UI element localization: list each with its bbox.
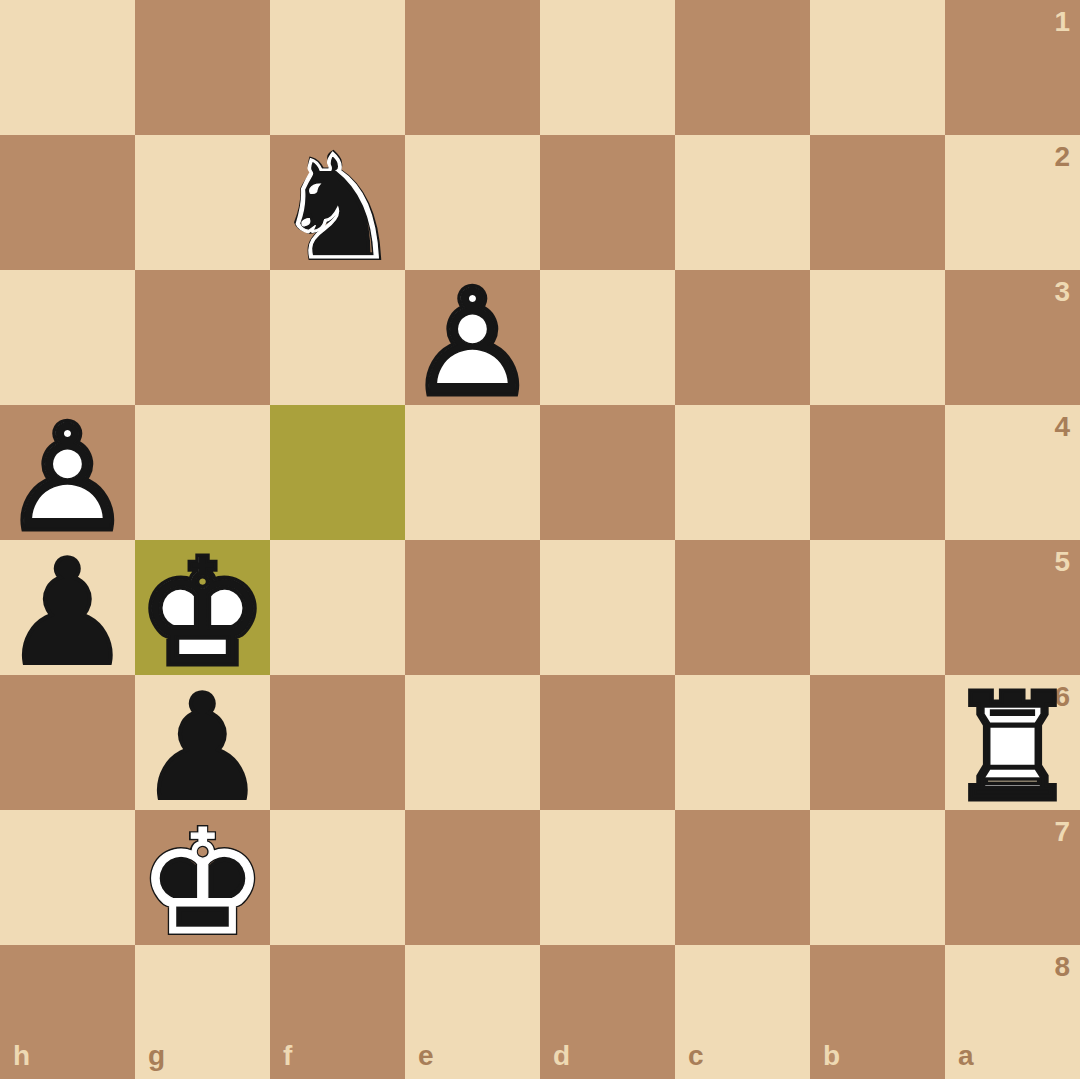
file-label-a: a	[958, 1042, 974, 1070]
square-c8[interactable]: c	[675, 945, 810, 1079]
square-e5[interactable]	[405, 540, 540, 675]
square-b3[interactable]	[810, 270, 945, 405]
square-a3[interactable]: 3	[945, 270, 1080, 405]
square-g5[interactable]: ♚♚♔	[135, 540, 270, 675]
square-g6[interactable]: ♟	[135, 675, 270, 810]
square-e1[interactable]	[405, 0, 540, 135]
square-h8[interactable]: h	[0, 945, 135, 1079]
square-h2[interactable]	[0, 135, 135, 270]
square-e6[interactable]	[405, 675, 540, 810]
rank-label-3: 3	[1054, 278, 1070, 306]
square-b1[interactable]	[810, 0, 945, 135]
square-d6[interactable]	[540, 675, 675, 810]
square-d4[interactable]	[540, 405, 675, 540]
white-pawn-glyph: ♟	[405, 270, 540, 405]
white-pawn[interactable]: ♟♟♙	[405, 270, 540, 405]
square-d2[interactable]	[540, 135, 675, 270]
square-c5[interactable]	[675, 540, 810, 675]
square-f1[interactable]	[270, 0, 405, 135]
square-f7[interactable]	[270, 810, 405, 945]
square-b5[interactable]	[810, 540, 945, 675]
rank-label-8: 8	[1054, 953, 1070, 981]
square-g4[interactable]	[135, 405, 270, 540]
square-a6[interactable]: 6♜♜♖	[945, 675, 1080, 810]
white-rook[interactable]: ♜♜♖	[945, 675, 1080, 810]
file-label-g: g	[148, 1042, 165, 1070]
white-rook-glyph: ♜	[945, 675, 1080, 810]
file-label-h: h	[13, 1042, 30, 1070]
square-c1[interactable]	[675, 0, 810, 135]
square-b2[interactable]	[810, 135, 945, 270]
rank-label-2: 2	[1054, 143, 1070, 171]
rank-label-1: 1	[1054, 8, 1070, 36]
black-king[interactable]: ♚♔	[135, 810, 270, 945]
square-e2[interactable]	[405, 135, 540, 270]
square-h7[interactable]	[0, 810, 135, 945]
white-king-glyph: ♚	[135, 540, 270, 675]
square-d8[interactable]: d	[540, 945, 675, 1079]
white-rook-glyph: ♜	[945, 675, 1080, 810]
white-pawn-glyph: ♟	[0, 405, 135, 540]
square-f2[interactable]: ♞♘	[270, 135, 405, 270]
square-b6[interactable]	[810, 675, 945, 810]
square-g1[interactable]	[135, 0, 270, 135]
square-f3[interactable]	[270, 270, 405, 405]
rank-label-7: 7	[1054, 818, 1070, 846]
black-knight[interactable]: ♞♘	[270, 135, 405, 270]
square-d3[interactable]	[540, 270, 675, 405]
square-e8[interactable]: e	[405, 945, 540, 1079]
white-pawn[interactable]: ♟♟♙	[0, 405, 135, 540]
black-king-glyph: ♚	[135, 810, 270, 945]
white-pawn-glyph: ♟	[405, 270, 540, 405]
square-c3[interactable]	[675, 270, 810, 405]
square-f8[interactable]: f	[270, 945, 405, 1079]
rank-label-5: 5	[1054, 548, 1070, 576]
square-h3[interactable]	[0, 270, 135, 405]
white-king-glyph: ♚	[135, 540, 270, 675]
square-h4[interactable]: ♟♟♙	[0, 405, 135, 540]
square-e3[interactable]: ♟♟♙	[405, 270, 540, 405]
white-pawn-glyph: ♙	[0, 405, 135, 540]
white-pawn-glyph: ♟	[0, 405, 135, 540]
square-h1[interactable]	[0, 0, 135, 135]
square-f4[interactable]	[270, 405, 405, 540]
square-e4[interactable]	[405, 405, 540, 540]
white-pawn-glyph: ♙	[405, 270, 540, 405]
rank-label-4: 4	[1054, 413, 1070, 441]
square-g8[interactable]: g	[135, 945, 270, 1079]
black-pawn-glyph: ♟	[0, 540, 135, 675]
square-a8[interactable]: 8a	[945, 945, 1080, 1079]
square-d1[interactable]	[540, 0, 675, 135]
black-knight-glyph: ♘	[270, 135, 405, 270]
square-f5[interactable]	[270, 540, 405, 675]
square-g7[interactable]: ♚♔	[135, 810, 270, 945]
square-c2[interactable]	[675, 135, 810, 270]
square-a5[interactable]: 5	[945, 540, 1080, 675]
square-d5[interactable]	[540, 540, 675, 675]
square-b7[interactable]	[810, 810, 945, 945]
black-pawn[interactable]: ♟	[0, 540, 135, 675]
square-a4[interactable]: 4	[945, 405, 1080, 540]
black-pawn[interactable]: ♟	[135, 675, 270, 810]
file-label-b: b	[823, 1042, 840, 1070]
file-label-d: d	[553, 1042, 570, 1070]
square-a2[interactable]: 2	[945, 135, 1080, 270]
black-pawn-glyph: ♟	[135, 675, 270, 810]
square-g3[interactable]	[135, 270, 270, 405]
square-a1[interactable]: 1	[945, 0, 1080, 135]
white-king[interactable]: ♚♚♔	[135, 540, 270, 675]
square-b4[interactable]	[810, 405, 945, 540]
chess-board: 1♞♘2♟♟♙3♟♟♙4♟♚♚♔5♟6♜♜♖♚♔7hgfedcb8a	[0, 0, 1080, 1079]
file-label-e: e	[418, 1042, 434, 1070]
black-king-glyph: ♔	[135, 810, 270, 945]
square-h6[interactable]	[0, 675, 135, 810]
square-c4[interactable]	[675, 405, 810, 540]
file-label-f: f	[283, 1042, 292, 1070]
white-rook-glyph: ♖	[945, 675, 1080, 810]
square-f6[interactable]	[270, 675, 405, 810]
white-king-glyph: ♔	[135, 540, 270, 675]
square-d7[interactable]	[540, 810, 675, 945]
black-knight-glyph: ♞	[270, 135, 405, 270]
square-b8[interactable]: b	[810, 945, 945, 1079]
square-e7[interactable]	[405, 810, 540, 945]
square-h5[interactable]: ♟	[0, 540, 135, 675]
square-c6[interactable]	[675, 675, 810, 810]
file-label-c: c	[688, 1042, 704, 1070]
square-g2[interactable]	[135, 135, 270, 270]
square-a7[interactable]: 7	[945, 810, 1080, 945]
square-c7[interactable]	[675, 810, 810, 945]
